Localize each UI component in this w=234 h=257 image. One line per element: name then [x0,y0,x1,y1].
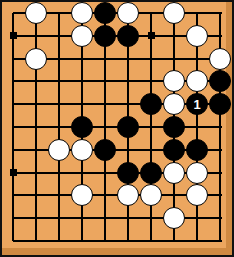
stone-black[interactable] [163,116,185,138]
stone-white[interactable] [117,2,139,24]
stone-white[interactable] [48,139,70,161]
stone-black[interactable] [117,25,139,47]
stone-white[interactable] [163,207,185,229]
stone-white[interactable] [117,184,139,206]
stone-black[interactable] [140,162,162,184]
stone-white[interactable] [186,70,208,92]
stone-white[interactable] [71,139,93,161]
stone-white[interactable] [71,25,93,47]
board-edge-bevel-right [226,0,232,257]
stone-black[interactable] [94,139,116,161]
move-number-label: 1 [193,98,200,111]
go-board[interactable]: 1 [0,0,234,257]
stone-black[interactable] [163,139,185,161]
stone-white[interactable] [71,2,93,24]
stone-black[interactable] [117,162,139,184]
stone-white[interactable] [163,162,185,184]
star-point [148,32,155,39]
stone-black[interactable] [117,116,139,138]
stone-white[interactable] [140,184,162,206]
stone-white[interactable] [163,70,185,92]
stone-white[interactable] [163,2,185,24]
stone-white[interactable] [25,2,47,24]
stone-white[interactable] [186,25,208,47]
stone-white[interactable] [71,184,93,206]
stone-white[interactable] [186,184,208,206]
star-point [10,169,17,176]
stone-black[interactable] [94,2,116,24]
marked-stone-1[interactable]: 1 [186,93,208,115]
grid-line-horizontal [13,240,222,242]
stone-white[interactable] [163,93,185,115]
stone-white[interactable] [209,48,231,70]
star-point [10,32,17,39]
stone-black[interactable] [94,25,116,47]
stone-black[interactable] [186,139,208,161]
stone-white[interactable] [186,162,208,184]
stone-black[interactable] [71,116,93,138]
stone-white[interactable] [25,48,47,70]
stone-black[interactable] [140,93,162,115]
grid-line-horizontal [13,217,222,219]
board-edge-bevel-bottom [0,248,234,255]
